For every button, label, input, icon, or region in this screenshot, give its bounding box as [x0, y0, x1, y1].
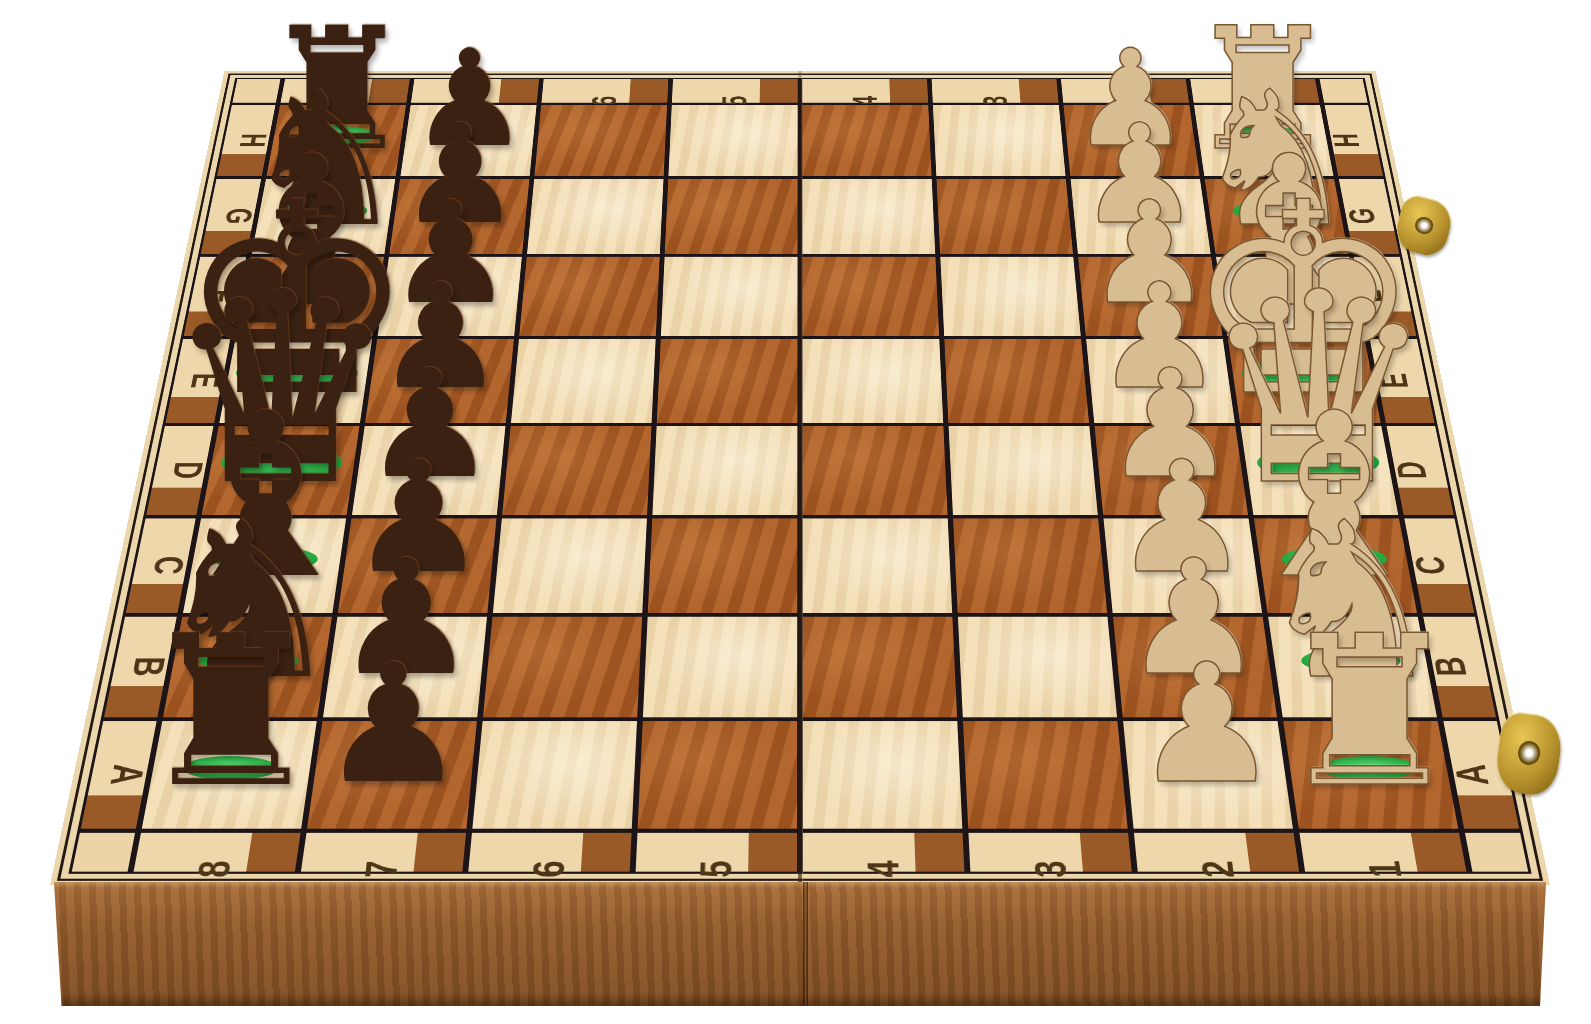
bottom-rank-label-cell-6: 6 [465, 831, 635, 874]
square-g4[interactable] [800, 178, 938, 256]
square-h4[interactable] [800, 104, 934, 178]
bottom-rank-label-cell-2: 2 [1131, 831, 1303, 874]
rank-label: 1 [1357, 827, 1409, 878]
box-fold-seam [803, 882, 808, 1006]
rank-label: 7 [359, 827, 409, 878]
square-e3[interactable] [942, 337, 1092, 424]
top-rank-label-cell-4: 4 [800, 78, 931, 104]
square-h5[interactable] [666, 104, 800, 178]
square-e6[interactable] [508, 337, 658, 424]
rank-label: 5 [718, 75, 753, 106]
rank-label: 2 [1191, 827, 1241, 878]
square-e5[interactable] [654, 337, 800, 424]
square-g5[interactable] [662, 178, 800, 256]
square-a3[interactable] [960, 719, 1131, 830]
bottom-rank-label-cell-3: 3 [965, 831, 1135, 874]
bottom-rank-label-cell-4: 4 [800, 831, 967, 874]
top-rank-label-cell-5: 5 [669, 78, 800, 104]
chess-set-photo: 87654321HHGGFFEEDDCCBBAA87654321 ♜♟♟♜♞♟♟… [0, 0, 1591, 1024]
top-rank-label-cell-6: 6 [539, 78, 671, 104]
rank-label: 4 [848, 75, 883, 106]
rank-label: 4 [861, 827, 906, 878]
square-h6[interactable] [532, 104, 670, 178]
border-corner [68, 831, 138, 874]
square-f5[interactable] [658, 255, 800, 337]
square-e4[interactable] [800, 337, 946, 424]
rank-label: 6 [587, 75, 623, 106]
square-c5[interactable] [645, 517, 800, 615]
square-b6[interactable] [480, 615, 645, 719]
square-d6[interactable] [499, 424, 654, 516]
piece-black-pawn-a7[interactable]: ♟ [311, 610, 476, 775]
border-corner [1462, 831, 1532, 874]
square-f4[interactable] [800, 255, 942, 337]
square-a5[interactable] [635, 719, 800, 830]
square-a6[interactable] [469, 719, 640, 830]
square-c3[interactable] [950, 517, 1110, 615]
rank-label: 8 [191, 827, 243, 878]
square-c6[interactable] [490, 517, 650, 615]
square-f6[interactable] [517, 255, 663, 337]
white-pawn-glyph: ♟ [1133, 642, 1281, 807]
square-d4[interactable] [800, 424, 950, 516]
bottom-rank-label-cell-8: 8 [130, 831, 304, 874]
square-b3[interactable] [955, 615, 1120, 719]
rank-label: 5 [694, 827, 739, 878]
black-rook-glyph: ♜ [137, 608, 324, 816]
rank-label: 3 [977, 75, 1013, 106]
square-d3[interactable] [946, 424, 1101, 516]
square-b5[interactable] [640, 615, 800, 719]
rank-label: 6 [527, 827, 574, 878]
square-g6[interactable] [524, 178, 666, 256]
brass-clasp-icon [1493, 710, 1566, 798]
white-rook-glyph: ♜ [1276, 608, 1463, 816]
bottom-rank-label-cell-7: 7 [298, 831, 470, 874]
piece-white-pawn-a2[interactable]: ♟ [1124, 610, 1289, 775]
bottom-rank-label-cell-1: 1 [1296, 831, 1470, 874]
box-side-panel [48, 882, 1552, 1006]
rank-label: 3 [1026, 827, 1073, 878]
square-f3[interactable] [938, 255, 1084, 337]
piece-black-rook-a8[interactable]: ♜ [127, 566, 335, 774]
square-b4[interactable] [800, 615, 960, 719]
top-rank-label-cell-3: 3 [929, 78, 1061, 104]
bottom-rank-label-cell-5: 5 [633, 831, 800, 874]
square-d5[interactable] [650, 424, 800, 516]
piece-white-rook-a1[interactable]: ♜ [1265, 566, 1473, 774]
square-c4[interactable] [800, 517, 955, 615]
square-a4[interactable] [800, 719, 965, 830]
black-pawn-glyph: ♟ [320, 642, 468, 807]
square-g3[interactable] [934, 178, 1076, 256]
square-h3[interactable] [931, 104, 1069, 178]
